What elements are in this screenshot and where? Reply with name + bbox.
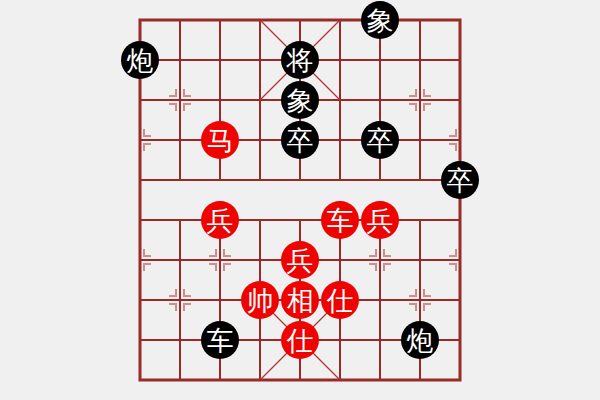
black-chariot[interactable]: 车: [201, 321, 239, 359]
black-soldier[interactable]: 卒: [441, 161, 479, 199]
board[interactable]: 象炮将象马卒卒卒兵车兵兵帅相仕车仕炮: [120, 0, 480, 400]
xiangqi-screenshot: 象炮将象马卒卒卒兵车兵兵帅相仕车仕炮: [0, 0, 600, 400]
red-advisor[interactable]: 仕: [321, 281, 359, 319]
red-advisor[interactable]: 仕: [281, 321, 319, 359]
black-cannon[interactable]: 炮: [121, 41, 159, 79]
red-horse[interactable]: 马: [201, 121, 239, 159]
red-soldier[interactable]: 兵: [361, 201, 399, 239]
red-general[interactable]: 帅: [241, 281, 279, 319]
red-elephant[interactable]: 相: [281, 281, 319, 319]
red-chariot[interactable]: 车: [321, 201, 359, 239]
black-cannon[interactable]: 炮: [401, 321, 439, 359]
black-soldier[interactable]: 卒: [361, 121, 399, 159]
black-elephant[interactable]: 象: [361, 1, 399, 39]
black-elephant[interactable]: 象: [281, 81, 319, 119]
red-soldier[interactable]: 兵: [281, 241, 319, 279]
black-general[interactable]: 将: [281, 41, 319, 79]
red-soldier[interactable]: 兵: [201, 201, 239, 239]
black-soldier[interactable]: 卒: [281, 121, 319, 159]
